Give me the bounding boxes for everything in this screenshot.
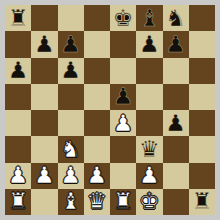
square-f7[interactable]: ♟ [136, 31, 162, 57]
square-a8[interactable]: ♜ [5, 5, 31, 31]
square-g7[interactable]: ♟ [163, 31, 189, 57]
piece-white-rook-e1[interactable]: ♜ [113, 190, 134, 213]
square-a3[interactable] [5, 136, 31, 162]
square-e3[interactable] [110, 136, 136, 162]
square-a2[interactable]: ♟ [5, 163, 31, 189]
square-b8[interactable] [31, 5, 57, 31]
square-d2[interactable]: ♟ [84, 163, 110, 189]
square-e8[interactable]: ♚ [110, 5, 136, 31]
piece-black-pawn-g4[interactable]: ♟ [165, 112, 186, 135]
square-g6[interactable] [163, 58, 189, 84]
square-f6[interactable] [136, 58, 162, 84]
piece-black-pawn-c7[interactable]: ♟ [60, 33, 81, 56]
square-b4[interactable] [31, 110, 57, 136]
square-b3[interactable] [31, 136, 57, 162]
square-d3[interactable] [84, 136, 110, 162]
square-b1[interactable] [31, 189, 57, 215]
square-a5[interactable] [5, 84, 31, 110]
square-d1[interactable]: ♛ [84, 189, 110, 215]
square-g2[interactable] [163, 163, 189, 189]
square-e7[interactable] [110, 31, 136, 57]
square-a1[interactable]: ♜ [5, 189, 31, 215]
square-h7[interactable] [189, 31, 215, 57]
square-e2[interactable] [110, 163, 136, 189]
piece-white-pawn-c2[interactable]: ♟ [60, 164, 81, 187]
square-c7[interactable]: ♟ [58, 31, 84, 57]
square-h4[interactable] [189, 110, 215, 136]
square-b6[interactable] [31, 58, 57, 84]
square-d8[interactable] [84, 5, 110, 31]
piece-white-pawn-a2[interactable]: ♟ [8, 164, 29, 187]
square-c2[interactable]: ♟ [58, 163, 84, 189]
square-b7[interactable]: ♟ [31, 31, 57, 57]
square-e6[interactable] [110, 58, 136, 84]
square-b5[interactable] [31, 84, 57, 110]
square-a4[interactable] [5, 110, 31, 136]
square-f5[interactable] [136, 84, 162, 110]
square-g1[interactable] [163, 189, 189, 215]
square-g8[interactable]: ♞ [163, 5, 189, 31]
square-c8[interactable] [58, 5, 84, 31]
square-h6[interactable] [189, 58, 215, 84]
square-e4[interactable]: ♟ [110, 110, 136, 136]
square-h1[interactable]: ♜ [189, 189, 215, 215]
piece-black-bishop-f8[interactable]: ♝ [139, 7, 160, 30]
piece-black-pawn-g7[interactable]: ♟ [165, 33, 186, 56]
square-h3[interactable] [189, 136, 215, 162]
piece-black-pawn-a6[interactable]: ♟ [8, 59, 29, 82]
square-a6[interactable]: ♟ [5, 58, 31, 84]
square-d7[interactable] [84, 31, 110, 57]
square-d6[interactable] [84, 58, 110, 84]
square-c3[interactable]: ♞ [58, 136, 84, 162]
square-h5[interactable] [189, 84, 215, 110]
chess-board: ♜♚♝♞♟♟♟♟♟♟♟♟♟♞♛♟♟♟♟♟♜♝♛♜♚♜ [5, 5, 215, 215]
piece-white-king-f1[interactable]: ♚ [139, 190, 160, 213]
square-a7[interactable] [5, 31, 31, 57]
square-f4[interactable] [136, 110, 162, 136]
square-e1[interactable]: ♜ [110, 189, 136, 215]
square-b2[interactable]: ♟ [31, 163, 57, 189]
piece-white-queen-d1[interactable]: ♛ [87, 190, 108, 213]
piece-black-knight-g8[interactable]: ♞ [165, 7, 186, 30]
piece-black-rook-h1[interactable]: ♜ [192, 190, 213, 213]
square-h8[interactable] [189, 5, 215, 31]
square-f8[interactable]: ♝ [136, 5, 162, 31]
square-e5[interactable]: ♟ [110, 84, 136, 110]
piece-white-pawn-b2[interactable]: ♟ [34, 164, 55, 187]
square-g4[interactable]: ♟ [163, 110, 189, 136]
square-c5[interactable] [58, 84, 84, 110]
piece-black-pawn-b7[interactable]: ♟ [34, 33, 55, 56]
square-g5[interactable] [163, 84, 189, 110]
piece-black-queen-f3[interactable]: ♛ [139, 138, 160, 161]
square-g3[interactable] [163, 136, 189, 162]
piece-black-rook-a8[interactable]: ♜ [8, 7, 29, 30]
square-h2[interactable] [189, 163, 215, 189]
square-c1[interactable]: ♝ [58, 189, 84, 215]
square-f1[interactable]: ♚ [136, 189, 162, 215]
piece-white-rook-a1[interactable]: ♜ [8, 190, 29, 213]
piece-black-pawn-e5[interactable]: ♟ [113, 85, 134, 108]
square-d4[interactable] [84, 110, 110, 136]
piece-white-pawn-f2[interactable]: ♟ [139, 164, 160, 187]
piece-white-knight-c3[interactable]: ♞ [60, 138, 81, 161]
square-d5[interactable] [84, 84, 110, 110]
square-f2[interactable]: ♟ [136, 163, 162, 189]
piece-white-bishop-c1[interactable]: ♝ [60, 190, 81, 213]
board-frame: ♜♚♝♞♟♟♟♟♟♟♟♟♟♞♛♟♟♟♟♟♜♝♛♜♚♜ [0, 0, 220, 220]
square-c4[interactable] [58, 110, 84, 136]
square-c6[interactable]: ♟ [58, 58, 84, 84]
piece-white-pawn-e4[interactable]: ♟ [113, 112, 134, 135]
piece-black-king-e8[interactable]: ♚ [113, 7, 134, 30]
piece-black-pawn-f7[interactable]: ♟ [139, 33, 160, 56]
square-f3[interactable]: ♛ [136, 136, 162, 162]
piece-black-pawn-c6[interactable]: ♟ [60, 59, 81, 82]
piece-white-pawn-d2[interactable]: ♟ [87, 164, 108, 187]
